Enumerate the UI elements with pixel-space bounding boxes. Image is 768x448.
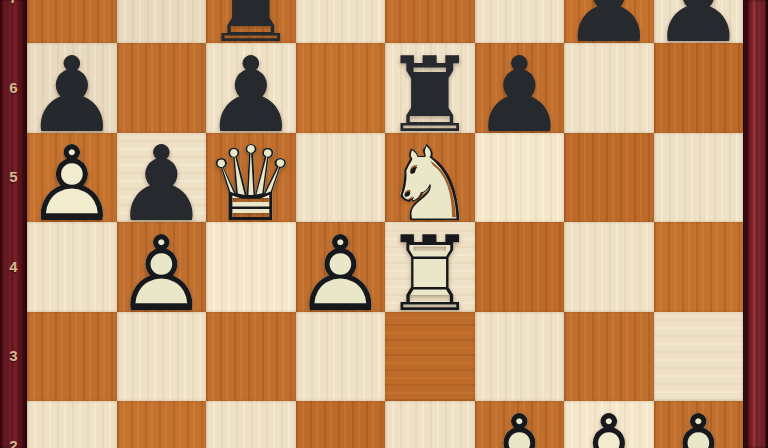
piece-glyph-outline: ♙ xyxy=(564,408,654,448)
piece-glyph-fill: ♟ xyxy=(475,408,565,448)
black-pawn-f6[interactable]: ♟ xyxy=(475,50,565,140)
piece-glyph-outline: ♙ xyxy=(117,229,207,319)
rank-label-2: 2 xyxy=(0,437,27,448)
piece-glyph-fill: ♟ xyxy=(117,229,207,319)
piece-glyph-outline: ♙ xyxy=(475,408,565,448)
white-pawn-b4[interactable]: ♟♙ xyxy=(117,229,207,319)
square-g5[interactable] xyxy=(564,133,654,223)
piece-glyph: ♟ xyxy=(206,50,296,140)
square-h7[interactable]: ♟ xyxy=(654,0,744,43)
piece-glyph-fill: ♟ xyxy=(27,140,117,230)
piece-glyph-outline: ♙ xyxy=(27,140,117,230)
square-f4[interactable] xyxy=(475,222,565,312)
piece-glyph: ♟ xyxy=(117,140,207,230)
square-g2[interactable]: ♟♙ xyxy=(564,401,654,448)
white-pawn-h2[interactable]: ♟♙ xyxy=(654,408,744,448)
piece-glyph-fill: ♟ xyxy=(564,408,654,448)
board-frame-right xyxy=(743,0,768,448)
square-h3[interactable] xyxy=(654,312,744,402)
piece-glyph-outline: ♘ xyxy=(385,140,475,230)
black-pawn-a6[interactable]: ♟ xyxy=(27,50,117,140)
square-d6[interactable] xyxy=(296,43,386,133)
white-rook-e4[interactable]: ♜♖ xyxy=(385,229,475,319)
rank-label-5: 5 xyxy=(0,168,27,186)
square-f2[interactable]: ♟♙ xyxy=(475,401,565,448)
piece-glyph-outline: ♕ xyxy=(206,140,296,230)
black-pawn-c6[interactable]: ♟ xyxy=(206,50,296,140)
square-c3[interactable] xyxy=(206,312,296,402)
square-d7[interactable] xyxy=(296,0,386,43)
square-h2[interactable]: ♟♙ xyxy=(654,401,744,448)
square-b3[interactable] xyxy=(117,312,207,402)
piece-glyph-outline: ♙ xyxy=(654,408,744,448)
piece-glyph-fill: ♞ xyxy=(385,140,475,230)
square-a3[interactable] xyxy=(27,312,117,402)
chess-app-board-view: ♜♟♟♟♟♜♟♟♙♟♛♕♞♘♟♙♟♙♜♖♟♙♟♙♟♙ 7 6 5 4 3 2 xyxy=(0,0,768,448)
square-d3[interactable] xyxy=(296,312,386,402)
square-c7[interactable]: ♜ xyxy=(206,0,296,43)
square-f7[interactable] xyxy=(475,0,565,43)
square-g4[interactable] xyxy=(564,222,654,312)
square-a7[interactable] xyxy=(27,0,117,43)
square-a6[interactable]: ♟ xyxy=(27,43,117,133)
square-d5[interactable] xyxy=(296,133,386,223)
square-g7[interactable]: ♟ xyxy=(564,0,654,43)
black-rook-e6[interactable]: ♜ xyxy=(385,50,475,140)
square-g6[interactable] xyxy=(564,43,654,133)
rank-label-3: 3 xyxy=(0,347,27,365)
square-b6[interactable] xyxy=(117,43,207,133)
square-f3[interactable] xyxy=(475,312,565,402)
rank-label-6: 6 xyxy=(0,79,27,97)
square-g3[interactable] xyxy=(564,312,654,402)
piece-glyph-fill: ♜ xyxy=(385,229,475,319)
square-h6[interactable] xyxy=(654,43,744,133)
square-e5[interactable]: ♞♘ xyxy=(385,133,475,223)
square-c6[interactable]: ♟ xyxy=(206,43,296,133)
rank-label-4: 4 xyxy=(0,258,27,276)
piece-glyph: ♜ xyxy=(385,50,475,140)
piece-glyph-outline: ♙ xyxy=(296,229,386,319)
square-e3[interactable] xyxy=(385,312,475,402)
piece-glyph: ♟ xyxy=(27,50,117,140)
square-b5[interactable]: ♟ xyxy=(117,133,207,223)
square-b2[interactable] xyxy=(117,401,207,448)
square-d4[interactable]: ♟♙ xyxy=(296,222,386,312)
square-d2[interactable] xyxy=(296,401,386,448)
square-b7[interactable] xyxy=(117,0,207,43)
square-b4[interactable]: ♟♙ xyxy=(117,222,207,312)
chess-board[interactable]: ♜♟♟♟♟♜♟♟♙♟♛♕♞♘♟♙♟♙♜♖♟♙♟♙♟♙ xyxy=(27,0,743,448)
square-h5[interactable] xyxy=(654,133,744,223)
white-pawn-f2[interactable]: ♟♙ xyxy=(475,408,565,448)
square-c4[interactable] xyxy=(206,222,296,312)
black-pawn-b5[interactable]: ♟ xyxy=(117,140,207,230)
piece-glyph: ♟ xyxy=(475,50,565,140)
rank-label-7: 7 xyxy=(0,0,27,7)
board-frame-left: 7 6 5 4 3 2 xyxy=(0,0,27,448)
square-e4[interactable]: ♜♖ xyxy=(385,222,475,312)
square-f6[interactable]: ♟ xyxy=(475,43,565,133)
piece-glyph-fill: ♟ xyxy=(654,408,744,448)
piece-glyph-outline: ♖ xyxy=(385,229,475,319)
square-a2[interactable] xyxy=(27,401,117,448)
white-queen-c5[interactable]: ♛♕ xyxy=(206,140,296,230)
square-e7[interactable] xyxy=(385,0,475,43)
white-pawn-g2[interactable]: ♟♙ xyxy=(564,408,654,448)
square-a5[interactable]: ♟♙ xyxy=(27,133,117,223)
piece-glyph-fill: ♟ xyxy=(296,229,386,319)
square-e2[interactable] xyxy=(385,401,475,448)
square-h4[interactable] xyxy=(654,222,744,312)
white-knight-e5[interactable]: ♞♘ xyxy=(385,140,475,230)
white-pawn-a5[interactable]: ♟♙ xyxy=(27,140,117,230)
square-f5[interactable] xyxy=(475,133,565,223)
piece-glyph-fill: ♛ xyxy=(206,140,296,230)
square-c2[interactable] xyxy=(206,401,296,448)
white-pawn-d4[interactable]: ♟♙ xyxy=(296,229,386,319)
square-c5[interactable]: ♛♕ xyxy=(206,133,296,223)
square-a4[interactable] xyxy=(27,222,117,312)
square-e6[interactable]: ♜ xyxy=(385,43,475,133)
